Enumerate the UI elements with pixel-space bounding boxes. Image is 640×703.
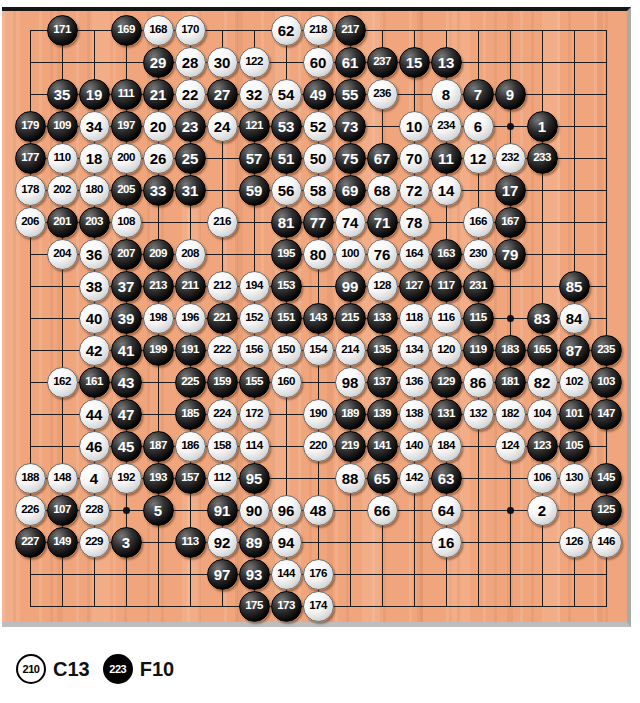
stone-F17: 22 xyxy=(175,79,206,110)
stone-P7: 132 xyxy=(463,399,494,430)
stone-S3: 126 xyxy=(559,527,590,558)
stone-G13: 216 xyxy=(207,207,238,238)
stone-C7: 44 xyxy=(79,399,110,430)
stone-B4: 107 xyxy=(47,495,78,526)
stone-J9: 150 xyxy=(271,335,302,366)
stone-F6: 186 xyxy=(175,431,206,462)
stone-O17: 8 xyxy=(431,79,462,110)
stone-E9: 199 xyxy=(143,335,174,366)
stone-D11: 37 xyxy=(111,271,142,302)
stone-F7: 185 xyxy=(175,399,206,430)
stone-T8: 103 xyxy=(591,367,622,398)
stone-D7: 47 xyxy=(111,399,142,430)
stone-S9: 87 xyxy=(559,335,590,366)
stone-N8: 136 xyxy=(399,367,430,398)
stone-C17: 19 xyxy=(79,79,110,110)
stone-K9: 154 xyxy=(303,335,334,366)
stone-K1: 174 xyxy=(303,591,334,622)
stone-H17: 32 xyxy=(239,79,270,110)
stone-D14: 205 xyxy=(111,175,142,206)
stone-G7: 224 xyxy=(207,399,238,430)
stone-H11: 194 xyxy=(239,271,270,302)
stone-O12: 163 xyxy=(431,239,462,270)
stone-L11: 99 xyxy=(335,271,366,302)
stone-H18: 122 xyxy=(239,47,270,78)
stone-C14: 180 xyxy=(79,175,110,206)
stone-D6: 45 xyxy=(111,431,142,462)
stone-T5: 145 xyxy=(591,463,622,494)
stone-D10: 39 xyxy=(111,303,142,334)
stone-J17: 54 xyxy=(271,79,302,110)
stone-M11: 128 xyxy=(367,271,398,302)
stone-D12: 207 xyxy=(111,239,142,270)
stone-A13: 206 xyxy=(15,207,46,238)
stone-C4: 228 xyxy=(79,495,110,526)
stone-B5: 148 xyxy=(47,463,78,494)
stone-E10: 198 xyxy=(143,303,174,334)
stone-H9: 156 xyxy=(239,335,270,366)
stone-K15: 50 xyxy=(303,143,334,174)
stone-J11: 153 xyxy=(271,271,302,302)
stone-B16: 109 xyxy=(47,111,78,142)
stone-R8: 82 xyxy=(527,367,558,398)
stone-O3: 16 xyxy=(431,527,462,558)
stone-K16: 52 xyxy=(303,111,334,142)
stone-J1: 173 xyxy=(271,591,302,622)
stone-B3: 149 xyxy=(47,527,78,558)
stone-P15: 12 xyxy=(463,143,494,174)
stone-L15: 75 xyxy=(335,143,366,174)
stone-F19: 170 xyxy=(175,15,206,46)
stone-N16: 10 xyxy=(399,111,430,142)
stone-D16: 197 xyxy=(111,111,142,142)
stone-H2: 93 xyxy=(239,559,270,590)
stone-L13: 74 xyxy=(335,207,366,238)
caption-white-stone-icon: 210 xyxy=(16,654,46,684)
stone-N14: 72 xyxy=(399,175,430,206)
stone-F15: 25 xyxy=(175,143,206,174)
stone-F10: 196 xyxy=(175,303,206,334)
stone-J14: 56 xyxy=(271,175,302,206)
stone-M12: 76 xyxy=(367,239,398,270)
stone-R9: 165 xyxy=(527,335,558,366)
stone-N12: 164 xyxy=(399,239,430,270)
capture-caption: 210 C13 223 F10 xyxy=(16,651,180,687)
stone-H4: 90 xyxy=(239,495,270,526)
stone-C3: 229 xyxy=(79,527,110,558)
stone-C10: 40 xyxy=(79,303,110,334)
stone-O14: 14 xyxy=(431,175,462,206)
stone-Q13: 167 xyxy=(495,207,526,238)
stone-C12: 36 xyxy=(79,239,110,270)
stone-M17: 236 xyxy=(367,79,398,110)
stone-G18: 30 xyxy=(207,47,238,78)
star-point xyxy=(123,507,130,514)
stone-H14: 59 xyxy=(239,175,270,206)
stone-F3: 113 xyxy=(175,527,206,558)
stone-M4: 66 xyxy=(367,495,398,526)
stone-S8: 102 xyxy=(559,367,590,398)
stone-N15: 70 xyxy=(399,143,430,174)
stone-E19: 168 xyxy=(143,15,174,46)
stone-L19: 217 xyxy=(335,15,366,46)
stone-E4: 5 xyxy=(143,495,174,526)
stone-E16: 20 xyxy=(143,111,174,142)
stone-T7: 147 xyxy=(591,399,622,430)
stone-P13: 166 xyxy=(463,207,494,238)
stone-B15: 110 xyxy=(47,143,78,174)
stone-N6: 140 xyxy=(399,431,430,462)
stone-A5: 188 xyxy=(15,463,46,494)
stone-J13: 81 xyxy=(271,207,302,238)
stone-E14: 33 xyxy=(143,175,174,206)
stone-H3: 89 xyxy=(239,527,270,558)
stone-R5: 106 xyxy=(527,463,558,494)
stone-M10: 133 xyxy=(367,303,398,334)
stone-S6: 105 xyxy=(559,431,590,462)
stone-C6: 46 xyxy=(79,431,110,462)
stone-C16: 34 xyxy=(79,111,110,142)
stone-C15: 18 xyxy=(79,143,110,174)
stone-C8: 161 xyxy=(79,367,110,398)
stone-K17: 49 xyxy=(303,79,334,110)
stone-N9: 134 xyxy=(399,335,430,366)
stone-E18: 29 xyxy=(143,47,174,78)
stone-E11: 213 xyxy=(143,271,174,302)
stone-D5: 192 xyxy=(111,463,142,494)
stone-K10: 143 xyxy=(303,303,334,334)
stone-C5: 4 xyxy=(79,463,110,494)
stone-D17: 111 xyxy=(111,79,142,110)
stone-G3: 92 xyxy=(207,527,238,558)
stone-Q15: 232 xyxy=(495,143,526,174)
stone-F16: 23 xyxy=(175,111,206,142)
stone-O9: 120 xyxy=(431,335,462,366)
stone-J16: 53 xyxy=(271,111,302,142)
stone-L18: 61 xyxy=(335,47,366,78)
stone-O6: 184 xyxy=(431,431,462,462)
stone-A15: 177 xyxy=(15,143,46,174)
stone-P11: 231 xyxy=(463,271,494,302)
stone-T4: 125 xyxy=(591,495,622,526)
stone-G11: 212 xyxy=(207,271,238,302)
stone-N13: 78 xyxy=(399,207,430,238)
stone-T9: 235 xyxy=(591,335,622,366)
stone-D9: 41 xyxy=(111,335,142,366)
stone-P16: 6 xyxy=(463,111,494,142)
stone-O8: 129 xyxy=(431,367,462,398)
stone-P8: 86 xyxy=(463,367,494,398)
stone-M8: 137 xyxy=(367,367,398,398)
stone-D8: 43 xyxy=(111,367,142,398)
stone-J19: 62 xyxy=(271,15,302,46)
stone-B13: 201 xyxy=(47,207,78,238)
stone-F9: 191 xyxy=(175,335,206,366)
stone-G10: 221 xyxy=(207,303,238,334)
stone-P12: 230 xyxy=(463,239,494,270)
stone-Q7: 182 xyxy=(495,399,526,430)
stone-A16: 179 xyxy=(15,111,46,142)
stone-T3: 146 xyxy=(591,527,622,558)
stone-L7: 189 xyxy=(335,399,366,430)
stone-K7: 190 xyxy=(303,399,334,430)
stone-H8: 155 xyxy=(239,367,270,398)
stone-M7: 139 xyxy=(367,399,398,430)
stone-F8: 225 xyxy=(175,367,206,398)
stone-H10: 152 xyxy=(239,303,270,334)
stone-Q8: 181 xyxy=(495,367,526,398)
stone-G2: 97 xyxy=(207,559,238,590)
stone-H5: 95 xyxy=(239,463,270,494)
stone-N5: 142 xyxy=(399,463,430,494)
stone-S7: 101 xyxy=(559,399,590,430)
stone-H16: 121 xyxy=(239,111,270,142)
stone-L9: 214 xyxy=(335,335,366,366)
stone-Q14: 17 xyxy=(495,175,526,206)
stone-O18: 13 xyxy=(431,47,462,78)
stone-H1: 175 xyxy=(239,591,270,622)
stone-Q12: 79 xyxy=(495,239,526,270)
stone-E15: 26 xyxy=(143,143,174,174)
stone-Q9: 183 xyxy=(495,335,526,366)
stone-B14: 202 xyxy=(47,175,78,206)
star-point xyxy=(507,507,514,514)
stone-D15: 200 xyxy=(111,143,142,174)
stone-F18: 28 xyxy=(175,47,206,78)
stone-F5: 157 xyxy=(175,463,206,494)
stone-Q17: 9 xyxy=(495,79,526,110)
stone-B8: 162 xyxy=(47,367,78,398)
stone-O10: 116 xyxy=(431,303,462,334)
stone-J2: 144 xyxy=(271,559,302,590)
star-point xyxy=(507,315,514,322)
stone-J15: 51 xyxy=(271,143,302,174)
star-point xyxy=(507,123,514,130)
stone-M5: 65 xyxy=(367,463,398,494)
stone-E17: 21 xyxy=(143,79,174,110)
stone-B17: 35 xyxy=(47,79,78,110)
stone-H7: 172 xyxy=(239,399,270,430)
stone-M14: 68 xyxy=(367,175,398,206)
stone-A4: 226 xyxy=(15,495,46,526)
stone-L10: 215 xyxy=(335,303,366,334)
stone-N18: 15 xyxy=(399,47,430,78)
stone-G5: 112 xyxy=(207,463,238,494)
stone-K19: 218 xyxy=(303,15,334,46)
stone-R7: 104 xyxy=(527,399,558,430)
stone-G17: 27 xyxy=(207,79,238,110)
stone-S5: 130 xyxy=(559,463,590,494)
stone-G6: 158 xyxy=(207,431,238,462)
caption-black-stone-icon: 223 xyxy=(103,654,133,684)
stone-G9: 222 xyxy=(207,335,238,366)
stone-B19: 171 xyxy=(47,15,78,46)
stone-J3: 94 xyxy=(271,527,302,558)
stone-N11: 127 xyxy=(399,271,430,302)
stone-F12: 208 xyxy=(175,239,206,270)
stone-L6: 219 xyxy=(335,431,366,462)
stone-O7: 131 xyxy=(431,399,462,430)
stone-K4: 48 xyxy=(303,495,334,526)
stone-J10: 151 xyxy=(271,303,302,334)
stone-K2: 176 xyxy=(303,559,334,590)
stone-C9: 42 xyxy=(79,335,110,366)
stone-P10: 115 xyxy=(463,303,494,334)
stone-K13: 77 xyxy=(303,207,334,238)
stone-H15: 57 xyxy=(239,143,270,174)
stone-G4: 91 xyxy=(207,495,238,526)
stone-C13: 203 xyxy=(79,207,110,238)
stone-C11: 38 xyxy=(79,271,110,302)
stone-M15: 67 xyxy=(367,143,398,174)
stone-M18: 237 xyxy=(367,47,398,78)
stone-L8: 98 xyxy=(335,367,366,398)
stone-J8: 160 xyxy=(271,367,302,398)
stone-S11: 85 xyxy=(559,271,590,302)
stone-D3: 3 xyxy=(111,527,142,558)
stone-J4: 96 xyxy=(271,495,302,526)
stone-N7: 138 xyxy=(399,399,430,430)
stone-A3: 227 xyxy=(15,527,46,558)
stone-F11: 211 xyxy=(175,271,206,302)
caption-white-coord: C13 xyxy=(53,658,90,681)
stone-R15: 233 xyxy=(527,143,558,174)
stone-A14: 178 xyxy=(15,175,46,206)
stone-K6: 220 xyxy=(303,431,334,462)
stone-L16: 73 xyxy=(335,111,366,142)
stone-P9: 119 xyxy=(463,335,494,366)
caption-black-coord: F10 xyxy=(140,658,174,681)
stone-N10: 118 xyxy=(399,303,430,334)
stone-R16: 1 xyxy=(527,111,558,142)
stone-E5: 193 xyxy=(143,463,174,494)
stone-J12: 195 xyxy=(271,239,302,270)
stone-M6: 141 xyxy=(367,431,398,462)
stone-O11: 117 xyxy=(431,271,462,302)
stone-L14: 69 xyxy=(335,175,366,206)
stone-L5: 88 xyxy=(335,463,366,494)
stone-R4: 2 xyxy=(527,495,558,526)
stone-K12: 80 xyxy=(303,239,334,270)
stone-S10: 84 xyxy=(559,303,590,334)
stone-E6: 187 xyxy=(143,431,174,462)
stone-M9: 135 xyxy=(367,335,398,366)
stone-H6: 114 xyxy=(239,431,270,462)
stone-K18: 60 xyxy=(303,47,334,78)
go-board: 1711691681706221821729283012260612371513… xyxy=(2,7,631,627)
stone-M13: 71 xyxy=(367,207,398,238)
stone-L17: 55 xyxy=(335,79,366,110)
stone-P17: 7 xyxy=(463,79,494,110)
stone-G8: 159 xyxy=(207,367,238,398)
stone-K14: 58 xyxy=(303,175,334,206)
stone-E12: 209 xyxy=(143,239,174,270)
stone-L12: 100 xyxy=(335,239,366,270)
stone-G16: 24 xyxy=(207,111,238,142)
stone-Q6: 124 xyxy=(495,431,526,462)
stone-O5: 63 xyxy=(431,463,462,494)
stone-D19: 169 xyxy=(111,15,142,46)
stone-O16: 234 xyxy=(431,111,462,142)
stone-R6: 123 xyxy=(527,431,558,462)
stone-O4: 64 xyxy=(431,495,462,526)
stone-O15: 11 xyxy=(431,143,462,174)
stone-D13: 108 xyxy=(111,207,142,238)
stone-B12: 204 xyxy=(47,239,78,270)
stone-R10: 83 xyxy=(527,303,558,334)
stone-F14: 31 xyxy=(175,175,206,206)
